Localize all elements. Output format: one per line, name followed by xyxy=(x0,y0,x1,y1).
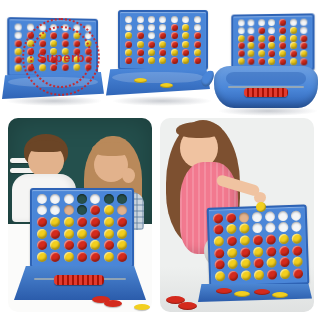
red-disc-in-tray xyxy=(254,289,270,295)
open-hole-skin xyxy=(64,205,74,215)
red-disc xyxy=(266,246,276,256)
empty-hole xyxy=(265,223,275,233)
red-release-slider xyxy=(54,275,104,285)
yellow-disc xyxy=(104,217,114,227)
empty-hole xyxy=(258,19,265,26)
yellow-disc xyxy=(117,229,127,239)
empty-hole xyxy=(37,205,47,215)
red-disc xyxy=(213,213,223,223)
red-disc xyxy=(77,240,87,250)
red-disc xyxy=(171,57,178,64)
red-disc xyxy=(137,49,144,56)
empty-hole xyxy=(194,24,201,31)
yellow-disc xyxy=(241,270,251,280)
red-disc-in-tray xyxy=(216,288,232,294)
yellow-disc xyxy=(159,41,166,48)
girl-hand-on-cheek xyxy=(122,168,135,183)
empty-hole xyxy=(90,194,100,204)
product-collage: Superb xyxy=(0,0,320,320)
red-disc xyxy=(37,240,47,250)
red-disc xyxy=(290,50,297,57)
red-disc xyxy=(279,27,286,34)
yellow-disc xyxy=(104,252,114,262)
yellow-disc xyxy=(258,50,265,57)
yellow-disc xyxy=(226,224,236,234)
red-disc xyxy=(90,252,100,262)
product-shadow xyxy=(6,96,102,106)
yellow-disc xyxy=(137,41,144,48)
open-hole-dark xyxy=(104,194,114,204)
empty-hole xyxy=(269,19,276,26)
yellow-disc xyxy=(280,269,290,279)
yellow-disc xyxy=(215,271,225,281)
empty-hole xyxy=(194,16,201,23)
red-disc xyxy=(182,49,189,56)
empty-hole xyxy=(171,16,178,23)
yellow-disc xyxy=(117,240,127,250)
yellow-disc xyxy=(125,32,132,39)
connect-four-board-photo-right xyxy=(207,204,310,287)
red-disc xyxy=(159,32,166,39)
red-disc xyxy=(117,252,127,262)
yellow-disc xyxy=(258,35,265,42)
red-disc xyxy=(292,269,302,279)
red-disc xyxy=(279,257,289,267)
red-disc xyxy=(240,247,250,257)
connect-four-board-product3 xyxy=(231,13,314,70)
empty-hole xyxy=(277,211,287,221)
red-disc xyxy=(253,235,263,245)
red-disc xyxy=(258,42,265,49)
connect-four-board-product2 xyxy=(118,10,208,70)
red-disc xyxy=(227,236,237,246)
red-disc xyxy=(300,58,307,65)
yellow-disc xyxy=(290,35,297,42)
empty-hole xyxy=(238,20,245,27)
yellow-disc xyxy=(182,24,189,31)
red-disc-on-table xyxy=(104,300,122,307)
red-disc xyxy=(238,42,245,49)
yellow-disc xyxy=(148,57,155,64)
red-disc xyxy=(77,217,87,227)
yellow-disc-in-tray xyxy=(234,291,250,297)
girl-fringe xyxy=(92,142,132,156)
yellow-disc xyxy=(227,248,237,258)
yellow-disc xyxy=(104,205,114,215)
yellow-disc xyxy=(292,257,302,267)
loose-yellow-disc xyxy=(134,78,147,83)
red-disc xyxy=(148,41,155,48)
red-disc xyxy=(214,248,224,258)
red-disc xyxy=(125,57,132,64)
product-photo-2 xyxy=(106,4,216,110)
red-disc xyxy=(137,32,144,39)
red-disc xyxy=(269,50,276,57)
yellow-disc xyxy=(239,224,249,234)
red-disc xyxy=(50,229,60,239)
red-disc xyxy=(300,35,307,42)
base-disc-tray xyxy=(226,72,306,85)
empty-hole xyxy=(265,211,275,221)
red-disc xyxy=(90,217,100,227)
yellow-disc xyxy=(37,252,47,262)
yellow-disc xyxy=(15,64,22,71)
yellow-disc xyxy=(64,229,74,239)
red-disc xyxy=(194,32,201,39)
red-disc-on-floor xyxy=(178,302,197,310)
red-disc xyxy=(159,49,166,56)
yellow-disc xyxy=(248,50,255,57)
yellow-disc xyxy=(50,217,60,227)
yellow-disc xyxy=(240,235,250,245)
red-disc xyxy=(171,32,178,39)
yellow-disc xyxy=(248,42,255,49)
yellow-disc xyxy=(290,42,297,49)
yellow-disc xyxy=(194,49,201,56)
watermark-label: Superb xyxy=(24,20,98,94)
empty-hole xyxy=(278,222,288,232)
empty-hole xyxy=(290,19,297,26)
empty-hole xyxy=(252,212,262,222)
red-disc xyxy=(215,260,225,270)
red-release-slider xyxy=(244,88,288,97)
red-disc xyxy=(50,252,60,262)
empty-hole xyxy=(148,24,155,31)
yellow-disc xyxy=(290,27,297,34)
game-molded-base xyxy=(214,66,318,108)
open-hole-dark xyxy=(77,194,87,204)
open-hole-dark xyxy=(77,205,87,215)
yellow-disc xyxy=(15,48,22,55)
empty-hole xyxy=(182,16,189,23)
empty-hole xyxy=(300,19,307,26)
empty-hole xyxy=(50,205,60,215)
empty-hole xyxy=(290,210,300,220)
yellow-disc xyxy=(171,49,178,56)
red-disc xyxy=(77,252,87,262)
yellow-disc xyxy=(228,259,238,269)
open-hole-skin xyxy=(239,212,249,222)
empty-hole xyxy=(291,222,301,232)
yellow-disc-in-tray xyxy=(272,292,288,298)
connect-four-board-photo-left xyxy=(30,188,134,268)
red-disc xyxy=(279,246,289,256)
empty-hole xyxy=(137,16,144,23)
red-disc xyxy=(194,41,201,48)
yellow-disc xyxy=(300,50,307,57)
red-disc xyxy=(64,240,74,250)
red-disc xyxy=(238,50,245,57)
yellow-disc xyxy=(241,259,251,269)
red-disc xyxy=(292,245,302,255)
yellow-disc xyxy=(238,35,245,42)
empty-hole xyxy=(64,194,74,204)
yellow-disc xyxy=(291,234,301,244)
red-disc xyxy=(90,229,100,239)
yellow-disc xyxy=(125,49,132,56)
yellow-disc xyxy=(64,217,74,227)
empty-hole xyxy=(15,23,22,30)
empty-hole xyxy=(125,16,132,23)
superb-watermark-stamp: Superb xyxy=(22,18,100,96)
lifestyle-photo-children xyxy=(8,118,152,312)
product-shadow xyxy=(112,96,212,106)
red-disc xyxy=(258,58,265,65)
yellow-disc-in-hand xyxy=(256,202,266,212)
yellow-disc xyxy=(37,229,47,239)
product-photo-3 xyxy=(212,2,320,114)
empty-hole xyxy=(248,27,255,34)
yellow-disc xyxy=(159,57,166,64)
yellow-disc xyxy=(254,270,264,280)
red-disc xyxy=(300,42,307,49)
red-disc xyxy=(104,240,114,250)
girl-fringe xyxy=(176,122,222,138)
empty-hole xyxy=(148,16,155,23)
red-disc xyxy=(228,271,238,281)
yellow-disc xyxy=(214,236,224,246)
boy-fringe xyxy=(28,140,64,152)
red-disc xyxy=(137,57,144,64)
empty-hole xyxy=(148,32,155,39)
yellow-disc xyxy=(182,57,189,64)
yellow-disc xyxy=(148,49,155,56)
product-shadow xyxy=(218,106,318,116)
empty-hole xyxy=(252,223,262,233)
red-disc xyxy=(226,213,236,223)
yellow-disc xyxy=(182,41,189,48)
red-disc xyxy=(269,35,276,42)
red-disc xyxy=(117,217,127,227)
yellow-disc xyxy=(279,35,286,42)
red-disc xyxy=(214,225,224,235)
empty-hole xyxy=(50,194,60,204)
red-disc xyxy=(171,41,178,48)
red-disc xyxy=(248,57,255,64)
yellow-disc xyxy=(90,240,100,250)
empty-hole xyxy=(238,27,245,34)
red-disc xyxy=(279,19,286,26)
empty-hole xyxy=(15,31,22,38)
yellow-disc xyxy=(50,240,60,250)
empty-hole xyxy=(269,27,276,34)
yellow-disc xyxy=(104,229,114,239)
open-hole-skin xyxy=(117,205,127,215)
lifestyle-photo-girl xyxy=(160,118,314,312)
red-disc xyxy=(279,58,286,65)
empty-hole xyxy=(300,27,307,34)
game-base-tray-2 xyxy=(106,66,210,98)
empty-hole xyxy=(159,16,166,23)
open-hole-dark xyxy=(117,194,127,204)
red-disc xyxy=(258,27,265,34)
empty-hole xyxy=(37,194,47,204)
yellow-disc xyxy=(238,57,245,64)
yellow-disc xyxy=(253,247,263,257)
yellow-disc xyxy=(278,234,288,244)
red-disc xyxy=(194,57,201,64)
red-disc xyxy=(253,258,263,268)
empty-hole xyxy=(159,24,166,31)
yellow-disc xyxy=(182,32,189,39)
red-disc xyxy=(279,42,286,49)
empty-hole xyxy=(137,24,144,31)
empty-hole xyxy=(125,24,132,31)
red-disc xyxy=(267,270,277,280)
yellow-disc xyxy=(279,50,286,57)
yellow-disc xyxy=(269,42,276,49)
loose-yellow-disc xyxy=(160,83,173,88)
red-disc xyxy=(90,205,100,215)
red-disc xyxy=(125,41,132,48)
red-disc xyxy=(248,35,255,42)
red-disc xyxy=(171,24,178,31)
yellow-disc xyxy=(290,58,297,65)
yellow-disc xyxy=(64,252,74,262)
red-disc xyxy=(37,217,47,227)
yellow-disc xyxy=(77,229,87,239)
red-disc xyxy=(265,235,275,245)
red-disc xyxy=(15,39,22,46)
yellow-disc xyxy=(266,258,276,268)
yellow-disc-on-table xyxy=(134,304,150,310)
yellow-disc xyxy=(269,58,276,65)
product-photo-1: Superb xyxy=(2,12,106,108)
empty-hole xyxy=(248,20,255,27)
